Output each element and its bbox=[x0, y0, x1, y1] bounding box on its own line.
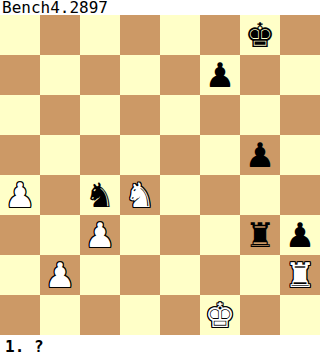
square-a4[interactable]: ♟ bbox=[0, 175, 40, 215]
piece-black-pawn[interactable]: ♟ bbox=[245, 135, 275, 175]
square-d2[interactable] bbox=[120, 255, 160, 295]
square-f7[interactable]: ♟ bbox=[200, 55, 240, 95]
square-b2[interactable]: ♟ bbox=[40, 255, 80, 295]
piece-black-pawn[interactable]: ♟ bbox=[205, 55, 235, 95]
square-b5[interactable] bbox=[40, 135, 80, 175]
chess-board: ♚♟♟♟♞♞♟♜♟♟♜♚ bbox=[0, 15, 320, 335]
square-f6[interactable] bbox=[200, 95, 240, 135]
square-g4[interactable] bbox=[240, 175, 280, 215]
square-c4[interactable]: ♞ bbox=[80, 175, 120, 215]
piece-white-knight[interactable]: ♞ bbox=[125, 175, 155, 215]
square-f4[interactable] bbox=[200, 175, 240, 215]
square-a3[interactable] bbox=[0, 215, 40, 255]
square-g5[interactable]: ♟ bbox=[240, 135, 280, 175]
square-f3[interactable] bbox=[200, 215, 240, 255]
square-e4[interactable] bbox=[160, 175, 200, 215]
square-g1[interactable] bbox=[240, 295, 280, 335]
square-b8[interactable] bbox=[40, 15, 80, 55]
square-h3[interactable]: ♟ bbox=[280, 215, 320, 255]
square-b7[interactable] bbox=[40, 55, 80, 95]
square-c8[interactable] bbox=[80, 15, 120, 55]
square-g8[interactable]: ♚ bbox=[240, 15, 280, 55]
square-b6[interactable] bbox=[40, 95, 80, 135]
square-h4[interactable] bbox=[280, 175, 320, 215]
piece-white-rook[interactable]: ♜ bbox=[285, 255, 315, 295]
square-e3[interactable] bbox=[160, 215, 200, 255]
square-c7[interactable] bbox=[80, 55, 120, 95]
square-a5[interactable] bbox=[0, 135, 40, 175]
square-d4[interactable]: ♞ bbox=[120, 175, 160, 215]
piece-black-pawn[interactable]: ♟ bbox=[285, 215, 315, 255]
piece-white-king[interactable]: ♚ bbox=[205, 295, 235, 335]
square-a2[interactable] bbox=[0, 255, 40, 295]
piece-black-knight[interactable]: ♞ bbox=[85, 175, 115, 215]
square-g6[interactable] bbox=[240, 95, 280, 135]
square-g2[interactable] bbox=[240, 255, 280, 295]
square-d1[interactable] bbox=[120, 295, 160, 335]
piece-black-king[interactable]: ♚ bbox=[245, 15, 275, 55]
square-e8[interactable] bbox=[160, 15, 200, 55]
square-h5[interactable] bbox=[280, 135, 320, 175]
square-d6[interactable] bbox=[120, 95, 160, 135]
chess-app-window: Bench4.2897 ♚♟♟♟♞♞♟♜♟♟♜♚ 1. ? bbox=[0, 0, 320, 360]
square-d7[interactable] bbox=[120, 55, 160, 95]
square-b3[interactable] bbox=[40, 215, 80, 255]
square-d5[interactable] bbox=[120, 135, 160, 175]
window-title: Bench4.2897 bbox=[0, 0, 320, 15]
square-h7[interactable] bbox=[280, 55, 320, 95]
square-a8[interactable] bbox=[0, 15, 40, 55]
square-c2[interactable] bbox=[80, 255, 120, 295]
square-a6[interactable] bbox=[0, 95, 40, 135]
square-a1[interactable] bbox=[0, 295, 40, 335]
square-f1[interactable]: ♚ bbox=[200, 295, 240, 335]
square-e2[interactable] bbox=[160, 255, 200, 295]
square-c1[interactable] bbox=[80, 295, 120, 335]
move-prompt: 1. ? bbox=[0, 335, 320, 360]
square-h2[interactable]: ♜ bbox=[280, 255, 320, 295]
piece-white-pawn[interactable]: ♟ bbox=[85, 215, 115, 255]
piece-white-pawn[interactable]: ♟ bbox=[45, 255, 75, 295]
square-e5[interactable] bbox=[160, 135, 200, 175]
square-e6[interactable] bbox=[160, 95, 200, 135]
square-f8[interactable] bbox=[200, 15, 240, 55]
square-b4[interactable] bbox=[40, 175, 80, 215]
square-f5[interactable] bbox=[200, 135, 240, 175]
square-e1[interactable] bbox=[160, 295, 200, 335]
square-d3[interactable] bbox=[120, 215, 160, 255]
piece-white-pawn[interactable]: ♟ bbox=[5, 175, 35, 215]
square-g7[interactable] bbox=[240, 55, 280, 95]
square-h1[interactable] bbox=[280, 295, 320, 335]
square-b1[interactable] bbox=[40, 295, 80, 335]
square-h8[interactable] bbox=[280, 15, 320, 55]
square-g3[interactable]: ♜ bbox=[240, 215, 280, 255]
square-h6[interactable] bbox=[280, 95, 320, 135]
square-c3[interactable]: ♟ bbox=[80, 215, 120, 255]
piece-black-rook[interactable]: ♜ bbox=[245, 215, 275, 255]
square-d8[interactable] bbox=[120, 15, 160, 55]
square-a7[interactable] bbox=[0, 55, 40, 95]
square-c6[interactable] bbox=[80, 95, 120, 135]
square-e7[interactable] bbox=[160, 55, 200, 95]
square-f2[interactable] bbox=[200, 255, 240, 295]
square-c5[interactable] bbox=[80, 135, 120, 175]
